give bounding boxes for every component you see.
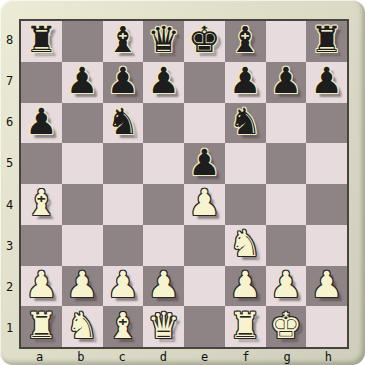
square-e3[interactable] <box>184 225 225 266</box>
square-a4[interactable]: ♝ <box>21 184 62 225</box>
square-g3[interactable] <box>266 225 307 266</box>
square-a6[interactable]: ♟ <box>21 103 62 144</box>
square-c7[interactable]: ♟ <box>103 62 144 103</box>
file-label-e: e <box>184 349 225 364</box>
page-background: 87654321 ♜♝♛♚♝♜♟♟♟♟♟♟♟♞♞♟♝♟♞♟♟♟♟♟♟♟♜♞♝♛♜… <box>0 0 365 365</box>
piece-white-rook-a1[interactable]: ♜ <box>25 308 57 344</box>
piece-black-rook-h8[interactable]: ♜ <box>310 22 342 58</box>
square-d6[interactable] <box>143 103 184 144</box>
piece-black-king-e8[interactable]: ♚ <box>188 22 220 58</box>
piece-black-pawn-e5[interactable]: ♟ <box>188 145 220 181</box>
rank-label-8: 8 <box>0 19 19 60</box>
piece-white-knight-b1[interactable]: ♞ <box>66 308 98 344</box>
piece-white-pawn-g2[interactable]: ♟ <box>270 267 302 303</box>
rank-labels: 87654321 <box>0 19 19 349</box>
square-d1[interactable]: ♛ <box>143 306 184 347</box>
square-b1[interactable]: ♞ <box>62 306 103 347</box>
square-a1[interactable]: ♜ <box>21 306 62 347</box>
piece-black-rook-a8[interactable]: ♜ <box>25 22 57 58</box>
square-e2[interactable] <box>184 266 225 307</box>
file-label-a: a <box>19 349 60 364</box>
file-labels: abcdefgh <box>19 349 349 364</box>
piece-white-pawn-d2[interactable]: ♟ <box>147 267 179 303</box>
square-f6[interactable]: ♞ <box>225 103 266 144</box>
square-e7[interactable] <box>184 62 225 103</box>
square-g2[interactable]: ♟ <box>266 266 307 307</box>
square-c5[interactable] <box>103 143 144 184</box>
square-d3[interactable] <box>143 225 184 266</box>
square-f5[interactable] <box>225 143 266 184</box>
square-f3[interactable]: ♞ <box>225 225 266 266</box>
rank-label-2: 2 <box>0 267 19 308</box>
piece-black-pawn-a6[interactable]: ♟ <box>25 104 57 140</box>
square-d2[interactable]: ♟ <box>143 266 184 307</box>
square-h3[interactable] <box>306 225 347 266</box>
rank-label-4: 4 <box>0 184 19 225</box>
piece-white-king-g1[interactable]: ♚ <box>270 308 302 344</box>
square-a2[interactable]: ♟ <box>21 266 62 307</box>
square-d8[interactable]: ♛ <box>143 21 184 62</box>
piece-black-pawn-b7[interactable]: ♟ <box>66 63 98 99</box>
square-f1[interactable]: ♜ <box>225 306 266 347</box>
square-d7[interactable]: ♟ <box>143 62 184 103</box>
square-c2[interactable]: ♟ <box>103 266 144 307</box>
chess-board-panel: 87654321 ♜♝♛♚♝♜♟♟♟♟♟♟♟♞♞♟♝♟♞♟♟♟♟♟♟♟♜♞♝♛♜… <box>0 0 365 365</box>
square-b3[interactable] <box>62 225 103 266</box>
piece-white-bishop-a4[interactable]: ♝ <box>25 185 57 221</box>
piece-white-pawn-c2[interactable]: ♟ <box>107 267 139 303</box>
piece-white-knight-f3[interactable]: ♞ <box>229 226 261 262</box>
square-e1[interactable] <box>184 306 225 347</box>
square-e8[interactable]: ♚ <box>184 21 225 62</box>
square-h2[interactable]: ♟ <box>306 266 347 307</box>
piece-black-pawn-c7[interactable]: ♟ <box>107 63 139 99</box>
square-a3[interactable] <box>21 225 62 266</box>
square-b4[interactable] <box>62 184 103 225</box>
square-c1[interactable]: ♝ <box>103 306 144 347</box>
square-c6[interactable]: ♞ <box>103 103 144 144</box>
chess-board[interactable]: ♜♝♛♚♝♜♟♟♟♟♟♟♟♞♞♟♝♟♞♟♟♟♟♟♟♟♜♞♝♛♜♚ <box>19 19 349 349</box>
square-b5[interactable] <box>62 143 103 184</box>
square-b6[interactable] <box>62 103 103 144</box>
piece-white-bishop-c1[interactable]: ♝ <box>107 308 139 344</box>
piece-black-pawn-f7[interactable]: ♟ <box>229 63 261 99</box>
square-c4[interactable] <box>103 184 144 225</box>
piece-black-bishop-f8[interactable]: ♝ <box>229 22 261 58</box>
square-g6[interactable] <box>266 103 307 144</box>
square-a5[interactable] <box>21 143 62 184</box>
piece-white-pawn-a2[interactable]: ♟ <box>25 267 57 303</box>
square-b2[interactable]: ♟ <box>62 266 103 307</box>
square-g4[interactable] <box>266 184 307 225</box>
rank-label-6: 6 <box>0 102 19 143</box>
file-label-f: f <box>225 349 266 364</box>
square-h1[interactable] <box>306 306 347 347</box>
piece-white-pawn-h2[interactable]: ♟ <box>310 267 342 303</box>
file-label-g: g <box>267 349 308 364</box>
square-d5[interactable] <box>143 143 184 184</box>
piece-white-pawn-f2[interactable]: ♟ <box>229 267 261 303</box>
piece-white-pawn-e4[interactable]: ♟ <box>188 185 220 221</box>
square-h4[interactable] <box>306 184 347 225</box>
file-label-d: d <box>143 349 184 364</box>
square-f4[interactable] <box>225 184 266 225</box>
piece-black-queen-d8[interactable]: ♛ <box>147 22 179 58</box>
rank-label-5: 5 <box>0 143 19 184</box>
square-b8[interactable] <box>62 21 103 62</box>
square-h6[interactable] <box>306 103 347 144</box>
rank-label-1: 1 <box>0 308 19 349</box>
piece-white-rook-f1[interactable]: ♜ <box>229 308 261 344</box>
square-g7[interactable]: ♟ <box>266 62 307 103</box>
square-b7[interactable]: ♟ <box>62 62 103 103</box>
file-label-h: h <box>308 349 349 364</box>
piece-black-pawn-g7[interactable]: ♟ <box>270 63 302 99</box>
piece-black-knight-c6[interactable]: ♞ <box>107 104 139 140</box>
square-g1[interactable]: ♚ <box>266 306 307 347</box>
piece-black-bishop-c8[interactable]: ♝ <box>107 22 139 58</box>
square-f8[interactable]: ♝ <box>225 21 266 62</box>
piece-white-queen-d1[interactable]: ♛ <box>147 308 179 344</box>
piece-white-pawn-b2[interactable]: ♟ <box>66 267 98 303</box>
square-g5[interactable] <box>266 143 307 184</box>
square-h7[interactable]: ♟ <box>306 62 347 103</box>
square-h8[interactable]: ♜ <box>306 21 347 62</box>
square-e4[interactable]: ♟ <box>184 184 225 225</box>
square-e6[interactable] <box>184 103 225 144</box>
rank-label-3: 3 <box>0 225 19 266</box>
square-c3[interactable] <box>103 225 144 266</box>
square-g8[interactable] <box>266 21 307 62</box>
square-a8[interactable]: ♜ <box>21 21 62 62</box>
square-h5[interactable] <box>306 143 347 184</box>
piece-black-pawn-h7[interactable]: ♟ <box>310 63 342 99</box>
square-a7[interactable] <box>21 62 62 103</box>
file-label-c: c <box>102 349 143 364</box>
rank-label-7: 7 <box>0 60 19 101</box>
square-f2[interactable]: ♟ <box>225 266 266 307</box>
square-f7[interactable]: ♟ <box>225 62 266 103</box>
square-e5[interactable]: ♟ <box>184 143 225 184</box>
file-label-b: b <box>60 349 101 364</box>
piece-black-pawn-d7[interactable]: ♟ <box>147 63 179 99</box>
square-c8[interactable]: ♝ <box>103 21 144 62</box>
piece-black-knight-f6[interactable]: ♞ <box>229 104 261 140</box>
square-d4[interactable] <box>143 184 184 225</box>
